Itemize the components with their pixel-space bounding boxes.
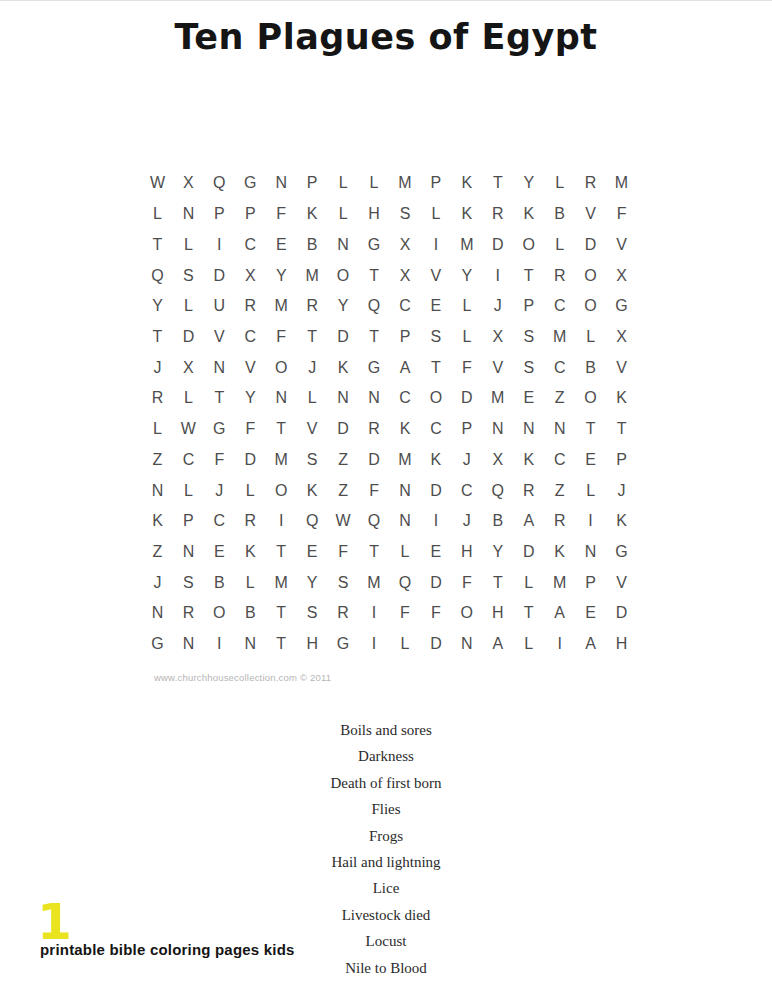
grid-cell[interactable]: R [575, 168, 606, 199]
grid-cell[interactable]: K [451, 199, 482, 230]
grid-cell[interactable]: F [266, 322, 297, 353]
grid-cell[interactable]: B [297, 229, 328, 260]
grid-cell[interactable]: K [297, 475, 328, 506]
grid-cell[interactable]: K [606, 506, 637, 537]
grid-cell[interactable]: W [142, 168, 173, 199]
word-list-item: Flies [0, 796, 772, 822]
grid-cell[interactable]: A [575, 629, 606, 660]
grid-cell[interactable]: C [390, 291, 421, 322]
grid-cell[interactable]: I [204, 229, 235, 260]
grid-cell[interactable]: L [451, 322, 482, 353]
grid-cell[interactable]: L [420, 199, 451, 230]
grid-cell[interactable]: D [513, 537, 544, 568]
grid-cell[interactable]: L [173, 229, 204, 260]
grid-cell[interactable]: L [328, 168, 359, 199]
grid-cell[interactable]: O [328, 260, 359, 291]
grid-cell[interactable]: C [390, 383, 421, 414]
grid-cell[interactable]: T [482, 168, 513, 199]
grid-cell[interactable]: N [513, 414, 544, 445]
grid-cell[interactable]: H [359, 199, 390, 230]
grid-cell[interactable]: J [482, 291, 513, 322]
grid-cell[interactable]: V [235, 352, 266, 383]
grid-cell[interactable]: Y [328, 291, 359, 322]
word-list-item: Death of first born [0, 770, 772, 796]
grid-cell[interactable]: Y [235, 383, 266, 414]
grid-cell[interactable]: V [482, 352, 513, 383]
grid-cell[interactable]: V [297, 414, 328, 445]
grid-cell[interactable]: F [204, 444, 235, 475]
grid-cell[interactable]: G [359, 229, 390, 260]
grid-cell[interactable]: J [451, 506, 482, 537]
grid-cell[interactable]: X [390, 260, 421, 291]
grid-cell[interactable]: N [173, 629, 204, 660]
grid-cell[interactable]: G [142, 629, 173, 660]
grid-cell[interactable]: Z [142, 444, 173, 475]
grid-cell[interactable]: J [204, 475, 235, 506]
grid-cell[interactable]: N [328, 229, 359, 260]
grid-cell[interactable]: Y [142, 291, 173, 322]
grid-cell[interactable]: P [420, 168, 451, 199]
grid-cell[interactable]: R [544, 506, 575, 537]
grid-cell[interactable]: O [266, 475, 297, 506]
grid-cell[interactable]: D [328, 414, 359, 445]
grid-cell[interactable]: R [235, 506, 266, 537]
grid-cell[interactable]: V [606, 567, 637, 598]
grid-cell[interactable]: R [297, 291, 328, 322]
grid-cell[interactable]: R [142, 383, 173, 414]
grid-cell[interactable]: B [482, 506, 513, 537]
grid-cell[interactable]: N [390, 506, 421, 537]
grid-cell[interactable]: P [390, 322, 421, 353]
grid-cell[interactable]: M [606, 168, 637, 199]
grid-cell[interactable]: N [575, 537, 606, 568]
grid-cell[interactable]: N [142, 475, 173, 506]
grid-cell[interactable]: R [513, 475, 544, 506]
grid-cell[interactable]: G [204, 414, 235, 445]
grid-cell[interactable]: G [359, 352, 390, 383]
grid-cell[interactable]: L [173, 475, 204, 506]
grid-cell[interactable]: P [235, 199, 266, 230]
grid-cell[interactable]: A [390, 352, 421, 383]
grid-cell[interactable]: N [235, 629, 266, 660]
grid-cell[interactable]: F [328, 537, 359, 568]
grid-cell[interactable]: K [606, 383, 637, 414]
grid-cell[interactable]: V [606, 229, 637, 260]
grid-cell[interactable]: D [359, 444, 390, 475]
grid-cell[interactable]: L [544, 168, 575, 199]
grid-cell[interactable]: O [575, 260, 606, 291]
grid-cell[interactable]: P [297, 168, 328, 199]
grid-cell[interactable]: J [297, 352, 328, 383]
grid-cell[interactable]: I [359, 629, 390, 660]
grid-cell[interactable]: H [482, 598, 513, 629]
grid-cell[interactable]: S [390, 199, 421, 230]
grid-cell[interactable]: X [235, 260, 266, 291]
page-title: Ten Plagues of Egypt [0, 17, 772, 57]
grid-cell[interactable]: V [606, 352, 637, 383]
grid-cell[interactable]: T [266, 629, 297, 660]
grid-cell[interactable]: R [328, 598, 359, 629]
grid-cell[interactable]: I [420, 229, 451, 260]
grid-cell[interactable]: S [328, 567, 359, 598]
grid-cell[interactable]: C [544, 291, 575, 322]
grid-cell[interactable]: V [420, 260, 451, 291]
grid-cell[interactable]: N [482, 414, 513, 445]
grid-cell[interactable]: K [390, 414, 421, 445]
grid-cell[interactable]: Q [204, 168, 235, 199]
grid-cell[interactable]: O [266, 352, 297, 383]
grid-cell[interactable]: P [173, 506, 204, 537]
grid-cell[interactable]: M [266, 291, 297, 322]
grid-cell[interactable]: T [297, 322, 328, 353]
grid-cell[interactable]: M [359, 567, 390, 598]
grid-cell[interactable]: Z [544, 383, 575, 414]
grid-cell[interactable]: Q [390, 567, 421, 598]
grid-cell[interactable]: J [451, 444, 482, 475]
grid-cell[interactable]: M [482, 383, 513, 414]
grid-cell[interactable]: K [142, 506, 173, 537]
grid-cell[interactable]: S [513, 352, 544, 383]
grid-cell[interactable]: H [451, 537, 482, 568]
grid-cell[interactable]: U [204, 291, 235, 322]
grid-cell[interactable]: D [420, 567, 451, 598]
grid-cell[interactable]: P [204, 199, 235, 230]
grid-cell[interactable]: M [390, 444, 421, 475]
grid-cell[interactable]: M [297, 260, 328, 291]
grid-cell[interactable]: N [266, 168, 297, 199]
grid-cell[interactable]: L [390, 629, 421, 660]
grid-cell[interactable]: I [482, 260, 513, 291]
grid-cell[interactable]: I [204, 629, 235, 660]
grid-cell[interactable]: O [575, 291, 606, 322]
grid-cell[interactable]: I [544, 629, 575, 660]
grid-cell[interactable]: T [266, 537, 297, 568]
grid-cell[interactable]: D [420, 475, 451, 506]
grid-cell[interactable]: P [451, 414, 482, 445]
grid-cell[interactable]: I [420, 506, 451, 537]
grid-cell[interactable]: C [544, 352, 575, 383]
grid-cell[interactable]: E [513, 383, 544, 414]
word-list-item: Lice [0, 875, 772, 901]
grid-cell[interactable]: Y [451, 260, 482, 291]
grid-cell[interactable]: E [420, 537, 451, 568]
grid-cell[interactable]: E [204, 537, 235, 568]
grid-cell[interactable]: L [575, 322, 606, 353]
grid-cell[interactable]: S [173, 567, 204, 598]
grid-cell[interactable]: C [420, 414, 451, 445]
grid-cell[interactable]: B [575, 352, 606, 383]
grid-cell[interactable]: L [451, 291, 482, 322]
grid-cell[interactable]: A [482, 629, 513, 660]
grid-cell[interactable]: S [420, 322, 451, 353]
grid-cell[interactable]: G [606, 537, 637, 568]
grid-cell[interactable]: E [420, 291, 451, 322]
grid-cell[interactable]: W [328, 506, 359, 537]
grid-cell[interactable]: T [266, 414, 297, 445]
grid-cell[interactable]: T [420, 352, 451, 383]
grid-cell[interactable]: S [173, 260, 204, 291]
watermark-text: www.churchhousecollection.com © 2011 [154, 672, 331, 683]
grid-cell[interactable]: D [420, 629, 451, 660]
grid-cell[interactable]: H [297, 629, 328, 660]
grid-cell[interactable]: R [235, 291, 266, 322]
grid-cell[interactable]: Q [359, 291, 390, 322]
grid-cell[interactable]: J [142, 352, 173, 383]
grid-cell[interactable]: C [451, 475, 482, 506]
grid-cell[interactable]: O [513, 229, 544, 260]
grid-cell[interactable]: Q [142, 260, 173, 291]
grid-cell[interactable]: K [328, 352, 359, 383]
grid-cell[interactable]: D [235, 444, 266, 475]
grid-cell[interactable]: D [575, 229, 606, 260]
grid-cell[interactable]: S [513, 322, 544, 353]
grid-cell[interactable]: N [204, 352, 235, 383]
grid-cell[interactable]: L [297, 383, 328, 414]
grid-cell[interactable]: Q [482, 475, 513, 506]
grid-cell[interactable]: I [266, 506, 297, 537]
grid-cell[interactable]: K [297, 199, 328, 230]
grid-cell[interactable]: L [173, 291, 204, 322]
grid-cell[interactable]: S [297, 444, 328, 475]
grid-cell[interactable]: C [235, 322, 266, 353]
grid-cell[interactable]: L [513, 629, 544, 660]
grid-cell[interactable]: Z [328, 444, 359, 475]
grid-cell[interactable]: K [451, 168, 482, 199]
grid-cell[interactable]: M [266, 567, 297, 598]
grid-cell[interactable]: L [359, 168, 390, 199]
grid-cell[interactable]: D [482, 229, 513, 260]
grid-cell[interactable]: T [359, 322, 390, 353]
grid-cell[interactable]: L [235, 475, 266, 506]
grid-cell[interactable]: A [544, 598, 575, 629]
grid-cell[interactable]: X [482, 444, 513, 475]
grid-cell[interactable]: X [390, 229, 421, 260]
grid-cell[interactable]: H [606, 629, 637, 660]
grid-cell[interactable]: T [359, 260, 390, 291]
grid-cell[interactable]: I [575, 506, 606, 537]
grid-cell[interactable]: K [420, 444, 451, 475]
grid-cell[interactable]: D [173, 322, 204, 353]
grid-cell[interactable]: F [451, 352, 482, 383]
grid-cell[interactable]: B [235, 598, 266, 629]
grid-cell[interactable]: X [173, 352, 204, 383]
grid-cell[interactable]: E [575, 598, 606, 629]
grid-cell[interactable]: F [390, 598, 421, 629]
grid-cell[interactable]: A [513, 506, 544, 537]
grid-cell[interactable]: L [544, 229, 575, 260]
grid-cell[interactable]: X [482, 322, 513, 353]
grid-cell[interactable]: Q [297, 506, 328, 537]
grid-cell[interactable]: N [451, 629, 482, 660]
grid-cell[interactable]: Z [142, 537, 173, 568]
grid-cell[interactable]: T [142, 229, 173, 260]
grid-cell[interactable]: O [420, 383, 451, 414]
grid-cell[interactable]: F [451, 567, 482, 598]
grid-cell[interactable]: D [451, 383, 482, 414]
grid-cell[interactable]: C [235, 229, 266, 260]
grid-cell[interactable]: X [173, 168, 204, 199]
grid-cell[interactable]: L [575, 475, 606, 506]
grid-cell[interactable]: S [297, 598, 328, 629]
grid-cell[interactable]: T [575, 414, 606, 445]
grid-cell[interactable]: E [297, 537, 328, 568]
grid-cell[interactable]: Z [328, 475, 359, 506]
grid-cell[interactable]: V [204, 322, 235, 353]
grid-cell[interactable]: C [173, 444, 204, 475]
grid-cell[interactable]: M [544, 567, 575, 598]
grid-cell[interactable]: L [328, 199, 359, 230]
grid-cell[interactable]: F [359, 475, 390, 506]
word-list-item: Frogs [0, 823, 772, 849]
grid-cell[interactable]: O [451, 598, 482, 629]
grid-cell[interactable]: M [451, 229, 482, 260]
grid-cell[interactable]: T [266, 598, 297, 629]
grid-cell[interactable]: F [606, 199, 637, 230]
grid-cell[interactable]: R [544, 260, 575, 291]
grid-cell[interactable]: N [173, 537, 204, 568]
word-list-item: Darkness [0, 743, 772, 769]
grid-cell[interactable]: O [204, 598, 235, 629]
grid-cell[interactable]: P [575, 567, 606, 598]
grid-cell[interactable]: V [575, 199, 606, 230]
grid-cell[interactable]: T [204, 383, 235, 414]
grid-cell[interactable]: J [142, 567, 173, 598]
footer-caption: printable bible coloring pages kids [40, 941, 295, 958]
grid-cell[interactable]: X [606, 322, 637, 353]
word-search-grid: WXQGNPLLMPKTYLRMLNPPFKLHSLKRKBVFTLICEBNG… [142, 168, 637, 660]
grid-cell[interactable]: N [359, 383, 390, 414]
grid-cell[interactable]: K [544, 537, 575, 568]
word-list-item: Hail and lightning [0, 849, 772, 875]
grid-cell[interactable]: Y [513, 168, 544, 199]
grid-cell[interactable]: M [544, 322, 575, 353]
grid-cell[interactable]: Q [359, 506, 390, 537]
grid-cell[interactable]: L [173, 383, 204, 414]
grid-cell[interactable]: C [204, 506, 235, 537]
grid-cell[interactable]: N [328, 383, 359, 414]
grid-cell[interactable]: K [513, 199, 544, 230]
word-list-item: Boils and sores [0, 717, 772, 743]
grid-cell[interactable]: N [544, 414, 575, 445]
grid-cell[interactable]: B [204, 567, 235, 598]
grid-cell[interactable]: E [266, 229, 297, 260]
grid-cell[interactable]: O [575, 383, 606, 414]
grid-cell[interactable]: C [544, 444, 575, 475]
grid-cell[interactable]: B [544, 199, 575, 230]
grid-cell[interactable]: F [420, 598, 451, 629]
grid-cell[interactable]: M [390, 168, 421, 199]
grid-cell[interactable]: N [266, 383, 297, 414]
word-list-item: Livestock died [0, 902, 772, 928]
grid-cell[interactable]: Y [297, 567, 328, 598]
grid-cell[interactable]: T [606, 414, 637, 445]
grid-cell[interactable]: R [482, 199, 513, 230]
grid-cell[interactable]: M [266, 444, 297, 475]
grid-cell[interactable]: F [266, 199, 297, 230]
grid-cell[interactable]: D [204, 260, 235, 291]
grid-cell[interactable]: G [235, 168, 266, 199]
grid-cell[interactable]: E [575, 444, 606, 475]
grid-cell[interactable]: K [513, 444, 544, 475]
grid-cell[interactable]: D [328, 322, 359, 353]
word-list-item: Nile to Blood [0, 955, 772, 981]
grid-cell[interactable]: P [606, 444, 637, 475]
grid-cell[interactable]: W [173, 414, 204, 445]
grid-cell[interactable]: N [390, 475, 421, 506]
grid-cell[interactable]: L [235, 567, 266, 598]
grid-cell[interactable]: T [142, 322, 173, 353]
grid-cell[interactable]: L [390, 537, 421, 568]
grid-cell[interactable]: Y [266, 260, 297, 291]
grid-cell[interactable]: F [235, 414, 266, 445]
grid-cell[interactable]: I [359, 598, 390, 629]
grid-cell[interactable]: L [142, 199, 173, 230]
grid-cell[interactable]: J [606, 475, 637, 506]
grid-cell[interactable]: T [359, 537, 390, 568]
grid-cell[interactable]: N [173, 199, 204, 230]
grid-cell[interactable]: T [482, 567, 513, 598]
grid-cell[interactable]: N [142, 598, 173, 629]
grid-cell[interactable]: T [513, 598, 544, 629]
grid-cell[interactable]: L [142, 414, 173, 445]
grid-cell[interactable]: R [359, 414, 390, 445]
grid-cell[interactable]: R [173, 598, 204, 629]
grid-cell[interactable]: G [606, 291, 637, 322]
grid-cell[interactable]: D [606, 598, 637, 629]
footer-page-number: 1 [37, 897, 72, 947]
grid-cell[interactable]: Z [544, 475, 575, 506]
grid-cell[interactable]: Y [482, 537, 513, 568]
grid-cell[interactable]: X [606, 260, 637, 291]
grid-cell[interactable]: K [235, 537, 266, 568]
grid-cell[interactable]: T [513, 260, 544, 291]
grid-cell[interactable]: G [328, 629, 359, 660]
grid-cell[interactable]: L [513, 567, 544, 598]
grid-cell[interactable]: P [513, 291, 544, 322]
